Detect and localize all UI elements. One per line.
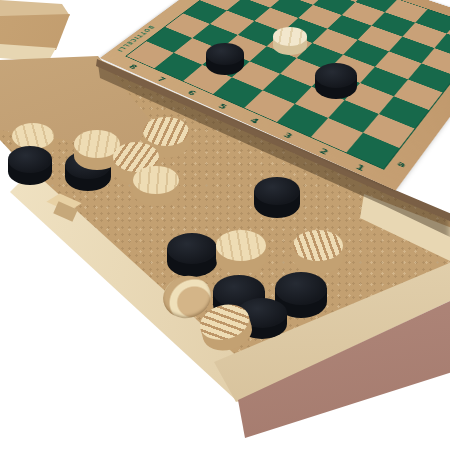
checker-wood-tray — [216, 230, 266, 274]
checker-black-tray — [8, 146, 52, 185]
checker-black-c3 — [315, 63, 357, 99]
checker-black-tray — [167, 233, 217, 277]
checker-wood-d5 — [273, 27, 307, 55]
checker-wood-tray — [293, 230, 343, 274]
checker-black-b6 — [206, 43, 244, 75]
file-label-a: a — [379, 150, 425, 177]
product-photo-checkers-set: BOTTICELLI 87654321 a — [0, 0, 450, 450]
checker-wood-tray — [133, 166, 179, 206]
checker-black-tray — [254, 177, 300, 218]
